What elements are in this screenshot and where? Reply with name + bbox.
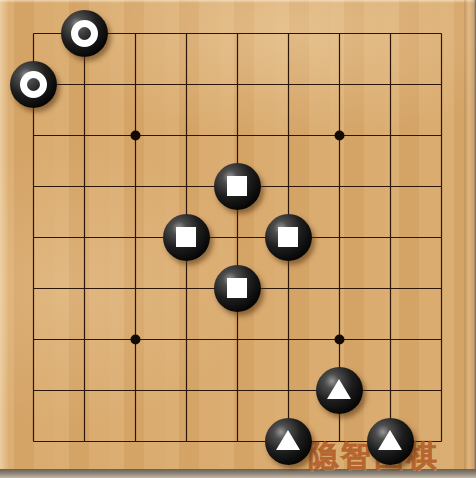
square-mark-icon: [227, 176, 247, 196]
square-mark-icon: [176, 227, 196, 247]
circle-mark-icon: [71, 20, 98, 47]
square-mark-icon: [278, 227, 298, 247]
stone-E6[interactable]: [212, 161, 263, 212]
stone-A8[interactable]: [8, 59, 59, 110]
triangle-mark-icon: [378, 430, 402, 450]
black-stone: [214, 163, 261, 210]
square-mark-icon: [227, 278, 247, 298]
black-stone: [214, 265, 261, 312]
stone-E4[interactable]: [212, 263, 263, 314]
black-stone: [265, 214, 312, 261]
stone-G2[interactable]: [314, 365, 365, 416]
stone-layer: [8, 8, 467, 467]
stone-H1[interactable]: [365, 416, 416, 467]
black-stone: [316, 367, 363, 414]
circle-mark-icon: [20, 71, 47, 98]
triangle-mark-icon: [327, 379, 351, 399]
triangle-mark-icon: [276, 430, 300, 450]
black-stone: [163, 214, 210, 261]
go-board: 隐智围棋: [0, 0, 476, 478]
black-stone: [367, 418, 414, 465]
stone-D5[interactable]: [161, 212, 212, 263]
black-stone: [10, 61, 57, 108]
black-stone: [265, 418, 312, 465]
black-stone: [61, 10, 108, 57]
stone-B9[interactable]: [59, 8, 110, 59]
stone-F1[interactable]: [263, 416, 314, 467]
stone-F5[interactable]: [263, 212, 314, 263]
